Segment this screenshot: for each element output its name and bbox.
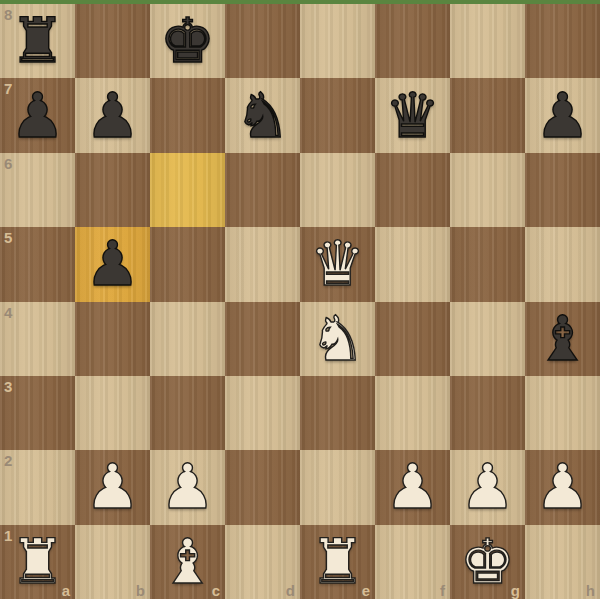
piece-white-pawn[interactable]: ♟ bbox=[160, 450, 216, 524]
square-e1[interactable]: e♜ bbox=[300, 525, 375, 599]
square-b3[interactable] bbox=[75, 376, 150, 450]
square-d1[interactable]: d bbox=[225, 525, 300, 599]
piece-black-knight[interactable]: ♞ bbox=[235, 79, 291, 153]
square-g3[interactable] bbox=[450, 376, 525, 450]
file-label-h: h bbox=[586, 582, 595, 599]
square-d7[interactable]: ♞ bbox=[225, 78, 300, 152]
square-a3[interactable]: 3 bbox=[0, 376, 75, 450]
piece-white-pawn[interactable]: ♟ bbox=[535, 450, 591, 524]
piece-black-king[interactable]: ♚ bbox=[160, 4, 216, 78]
square-e2[interactable] bbox=[300, 450, 375, 524]
rank-label-2: 2 bbox=[4, 452, 12, 469]
square-d6[interactable] bbox=[225, 153, 300, 227]
piece-white-queen[interactable]: ♛ bbox=[310, 227, 366, 301]
square-c2[interactable]: ♟ bbox=[150, 450, 225, 524]
piece-black-rook[interactable]: ♜ bbox=[10, 4, 66, 78]
piece-white-rook[interactable]: ♜ bbox=[10, 525, 66, 599]
file-label-b: b bbox=[136, 582, 145, 599]
square-e8[interactable] bbox=[300, 4, 375, 78]
square-e3[interactable] bbox=[300, 376, 375, 450]
square-b6[interactable] bbox=[75, 153, 150, 227]
square-g6[interactable] bbox=[450, 153, 525, 227]
piece-white-pawn[interactable]: ♟ bbox=[460, 450, 516, 524]
rank-label-6: 6 bbox=[4, 155, 12, 172]
square-f5[interactable] bbox=[375, 227, 450, 301]
square-b2[interactable]: ♟ bbox=[75, 450, 150, 524]
square-h2[interactable]: ♟ bbox=[525, 450, 600, 524]
square-h1[interactable]: h bbox=[525, 525, 600, 599]
square-g4[interactable] bbox=[450, 302, 525, 376]
chess-app-page: 8♜♚7♟♟♞♛♟65♟♛4♞♝32♟♟♟♟♟1a♜bc♝de♜fg♚h bbox=[0, 0, 600, 599]
square-d2[interactable] bbox=[225, 450, 300, 524]
rank-label-4: 4 bbox=[4, 304, 12, 321]
square-e5[interactable]: ♛ bbox=[300, 227, 375, 301]
square-b5[interactable]: ♟ bbox=[75, 227, 150, 301]
piece-white-bishop[interactable]: ♝ bbox=[160, 525, 216, 599]
square-h3[interactable] bbox=[525, 376, 600, 450]
square-h4[interactable]: ♝ bbox=[525, 302, 600, 376]
piece-black-pawn[interactable]: ♟ bbox=[85, 227, 141, 301]
rank-label-3: 3 bbox=[4, 378, 12, 395]
square-c6[interactable] bbox=[150, 153, 225, 227]
chess-board: 8♜♚7♟♟♞♛♟65♟♛4♞♝32♟♟♟♟♟1a♜bc♝de♜fg♚h bbox=[0, 4, 600, 599]
square-h5[interactable] bbox=[525, 227, 600, 301]
square-f2[interactable]: ♟ bbox=[375, 450, 450, 524]
square-a6[interactable]: 6 bbox=[0, 153, 75, 227]
square-a4[interactable]: 4 bbox=[0, 302, 75, 376]
square-c3[interactable] bbox=[150, 376, 225, 450]
square-c5[interactable] bbox=[150, 227, 225, 301]
square-e4[interactable]: ♞ bbox=[300, 302, 375, 376]
square-f4[interactable] bbox=[375, 302, 450, 376]
piece-black-queen[interactable]: ♛ bbox=[385, 79, 441, 153]
square-e7[interactable] bbox=[300, 78, 375, 152]
piece-black-pawn[interactable]: ♟ bbox=[85, 79, 141, 153]
square-a8[interactable]: 8♜ bbox=[0, 4, 75, 78]
piece-black-pawn[interactable]: ♟ bbox=[535, 79, 591, 153]
square-c8[interactable]: ♚ bbox=[150, 4, 225, 78]
square-c4[interactable] bbox=[150, 302, 225, 376]
piece-white-pawn[interactable]: ♟ bbox=[85, 450, 141, 524]
square-g5[interactable] bbox=[450, 227, 525, 301]
square-f6[interactable] bbox=[375, 153, 450, 227]
square-c7[interactable] bbox=[150, 78, 225, 152]
square-b1[interactable]: b bbox=[75, 525, 150, 599]
square-d5[interactable] bbox=[225, 227, 300, 301]
square-h7[interactable]: ♟ bbox=[525, 78, 600, 152]
piece-white-king[interactable]: ♚ bbox=[460, 525, 516, 599]
square-f7[interactable]: ♛ bbox=[375, 78, 450, 152]
piece-white-pawn[interactable]: ♟ bbox=[385, 450, 441, 524]
square-h8[interactable] bbox=[525, 4, 600, 78]
square-b4[interactable] bbox=[75, 302, 150, 376]
file-label-f: f bbox=[440, 582, 445, 599]
square-f3[interactable] bbox=[375, 376, 450, 450]
square-g8[interactable] bbox=[450, 4, 525, 78]
square-c1[interactable]: c♝ bbox=[150, 525, 225, 599]
square-e6[interactable] bbox=[300, 153, 375, 227]
square-f1[interactable]: f bbox=[375, 525, 450, 599]
square-d8[interactable] bbox=[225, 4, 300, 78]
square-b7[interactable]: ♟ bbox=[75, 78, 150, 152]
square-b8[interactable] bbox=[75, 4, 150, 78]
rank-label-5: 5 bbox=[4, 229, 12, 246]
file-label-d: d bbox=[286, 582, 295, 599]
piece-black-bishop[interactable]: ♝ bbox=[535, 302, 591, 376]
square-d3[interactable] bbox=[225, 376, 300, 450]
square-a7[interactable]: 7♟ bbox=[0, 78, 75, 152]
square-f8[interactable] bbox=[375, 4, 450, 78]
piece-white-rook[interactable]: ♜ bbox=[310, 525, 366, 599]
square-g2[interactable]: ♟ bbox=[450, 450, 525, 524]
square-a1[interactable]: 1a♜ bbox=[0, 525, 75, 599]
square-a2[interactable]: 2 bbox=[0, 450, 75, 524]
square-a5[interactable]: 5 bbox=[0, 227, 75, 301]
square-g1[interactable]: g♚ bbox=[450, 525, 525, 599]
piece-black-pawn[interactable]: ♟ bbox=[10, 79, 66, 153]
square-d4[interactable] bbox=[225, 302, 300, 376]
piece-white-knight[interactable]: ♞ bbox=[310, 302, 366, 376]
square-h6[interactable] bbox=[525, 153, 600, 227]
square-g7[interactable] bbox=[450, 78, 525, 152]
